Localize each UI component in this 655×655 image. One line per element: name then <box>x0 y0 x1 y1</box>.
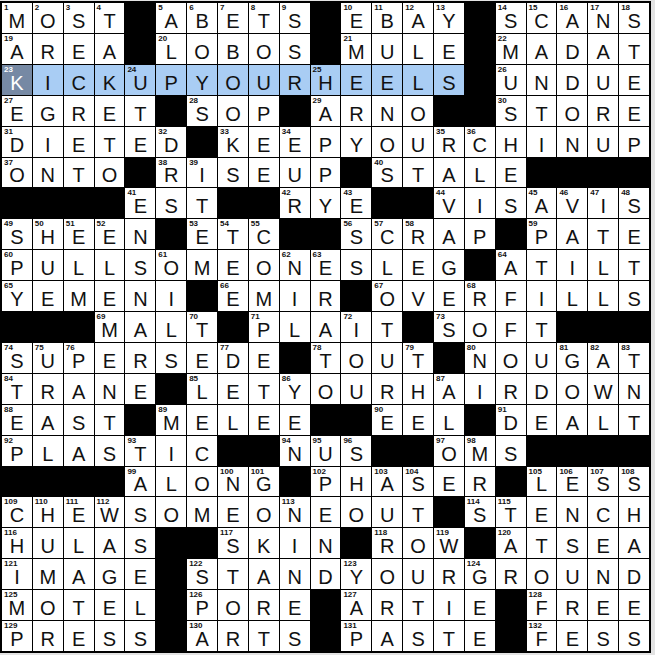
cell-r4c18[interactable]: T <box>527 96 557 126</box>
cell-r4c2[interactable]: G <box>33 96 63 126</box>
cell-r12c19[interactable]: 81G <box>557 343 587 373</box>
cell-r17c14[interactable]: T <box>403 497 433 527</box>
cell-r10c4[interactable]: E <box>95 281 125 311</box>
cell-r6c10[interactable]: U <box>280 158 310 188</box>
cell-r2c18[interactable]: A <box>527 34 557 64</box>
cell-r13c5[interactable]: E <box>125 374 155 404</box>
cell-r8c12[interactable]: 56S <box>341 219 371 249</box>
cell-r9c1[interactable]: 60P <box>2 250 32 280</box>
cell-r5c10[interactable]: 34E <box>280 127 310 157</box>
cell-r19c5[interactable]: E <box>125 559 155 589</box>
cell-r18c1[interactable]: 116H <box>2 528 32 558</box>
cell-r20c19[interactable]: R <box>557 590 587 620</box>
cell-r19c17[interactable]: R <box>496 559 526 589</box>
cell-r13c16[interactable]: I <box>465 374 495 404</box>
cell-r2c17[interactable]: 22M <box>496 34 526 64</box>
cell-r17c4[interactable]: 112W <box>95 497 125 527</box>
cell-r13c19[interactable]: O <box>557 374 587 404</box>
cell-r16c14[interactable]: 104S <box>403 467 433 497</box>
cell-r18c15[interactable]: 119W <box>434 528 464 558</box>
cell-r20c12[interactable]: 127A <box>341 590 371 620</box>
cell-r19c11[interactable]: D <box>311 559 341 589</box>
cell-r10c17[interactable]: F <box>496 281 526 311</box>
cell-r11c7[interactable]: 70T <box>187 312 217 342</box>
cell-r18c3[interactable]: L <box>64 528 94 558</box>
cell-r10c16[interactable]: 68R <box>465 281 495 311</box>
cell-r3c8[interactable]: O <box>218 65 248 95</box>
cell-r4c9[interactable]: P <box>249 96 279 126</box>
cell-r16c6[interactable]: L <box>156 467 186 497</box>
cell-r13c15[interactable]: 87A <box>434 374 464 404</box>
cell-r15c4[interactable]: S <box>95 436 125 466</box>
cell-r17c18[interactable]: E <box>527 497 557 527</box>
cell-r7c21[interactable]: 48S <box>619 188 649 218</box>
cell-r4c21[interactable]: E <box>619 96 649 126</box>
cell-r8c1[interactable]: 49S <box>2 219 32 249</box>
cell-r19c18[interactable]: O <box>527 559 557 589</box>
cell-r14c8[interactable]: L <box>218 405 248 435</box>
cell-r11c17[interactable]: F <box>496 312 526 342</box>
cell-r5c15[interactable]: 35R <box>434 127 464 157</box>
cell-r18c17[interactable]: 120A <box>496 528 526 558</box>
cell-r17c8[interactable]: E <box>218 497 248 527</box>
cell-r16c15[interactable]: E <box>434 467 464 497</box>
cell-r21c2[interactable]: R <box>33 621 63 651</box>
cell-r4c8[interactable]: O <box>218 96 248 126</box>
cell-r21c21[interactable]: S <box>619 621 649 651</box>
cell-r1c17[interactable]: 14S <box>496 3 526 33</box>
cell-r11c12[interactable]: 72I <box>341 312 371 342</box>
cell-r5c4[interactable]: T <box>95 127 125 157</box>
cell-r14c6[interactable]: 89M <box>156 405 186 435</box>
cell-r19c9[interactable]: A <box>249 559 279 589</box>
cell-r19c1[interactable]: 121I <box>2 559 32 589</box>
cell-r20c21[interactable]: E <box>619 590 649 620</box>
cell-r14c9[interactable]: E <box>249 405 279 435</box>
cell-r20c9[interactable]: R <box>249 590 279 620</box>
cell-r1c8[interactable]: 7E <box>218 3 248 33</box>
cell-r5c21[interactable]: P <box>619 127 649 157</box>
cell-r13c20[interactable]: W <box>588 374 618 404</box>
cell-r9c18[interactable]: T <box>527 250 557 280</box>
cell-r12c2[interactable]: 75U <box>33 343 63 373</box>
cell-r4c11[interactable]: 29A <box>311 96 341 126</box>
cell-r20c16[interactable]: E <box>465 590 495 620</box>
cell-r13c10[interactable]: 86Y <box>280 374 310 404</box>
cell-r14c19[interactable]: A <box>557 405 587 435</box>
cell-r17c1[interactable]: 109C <box>2 497 32 527</box>
cell-r19c13[interactable]: O <box>372 559 402 589</box>
cell-r2c8[interactable]: B <box>218 34 248 64</box>
cell-r14c3[interactable]: S <box>64 405 94 435</box>
cell-r6c8[interactable]: S <box>218 158 248 188</box>
cell-r6c11[interactable]: P <box>311 158 341 188</box>
cell-r17c16[interactable]: 114S <box>465 497 495 527</box>
cell-r7c19[interactable]: 46V <box>557 188 587 218</box>
cell-r9c19[interactable]: I <box>557 250 587 280</box>
cell-r5c19[interactable]: N <box>557 127 587 157</box>
cell-r1c6[interactable]: 5A <box>156 3 186 33</box>
cell-r17c2[interactable]: 110H <box>33 497 63 527</box>
cell-r1c12[interactable]: 10E <box>341 3 371 33</box>
cell-r17c10[interactable]: 113N <box>280 497 310 527</box>
cell-r18c5[interactable]: S <box>125 528 155 558</box>
cell-r17c5[interactable]: S <box>125 497 155 527</box>
cell-r2c1[interactable]: 19A <box>2 34 32 64</box>
cell-r17c6[interactable]: O <box>156 497 186 527</box>
cell-r16c21[interactable]: 108S <box>619 467 649 497</box>
cell-r6c14[interactable]: T <box>403 158 433 188</box>
cell-r14c4[interactable]: T <box>95 405 125 435</box>
cell-r19c7[interactable]: 122S <box>187 559 217 589</box>
cell-r17c12[interactable]: O <box>341 497 371 527</box>
cell-r10c21[interactable]: S <box>619 281 649 311</box>
cell-r14c21[interactable]: T <box>619 405 649 435</box>
cell-r8c8[interactable]: 54T <box>218 219 248 249</box>
cell-r19c4[interactable]: G <box>95 559 125 589</box>
cell-r16c11[interactable]: 102P <box>311 467 341 497</box>
cell-r12c6[interactable]: S <box>156 343 186 373</box>
cell-r3c7[interactable]: Y <box>187 65 217 95</box>
cell-r15c17[interactable]: S <box>496 436 526 466</box>
cell-r1c1[interactable]: 1M <box>2 3 32 33</box>
cell-r4c19[interactable]: O <box>557 96 587 126</box>
cell-r5c6[interactable]: 32D <box>156 127 186 157</box>
cell-r1c9[interactable]: 8T <box>249 3 279 33</box>
cell-r20c7[interactable]: 126P <box>187 590 217 620</box>
cell-r8c2[interactable]: 50H <box>33 219 63 249</box>
cell-r1c7[interactable]: 6B <box>187 3 217 33</box>
cell-r21c19[interactable]: E <box>557 621 587 651</box>
cell-r13c12[interactable]: U <box>341 374 371 404</box>
cell-r3c5[interactable]: 24U <box>125 65 155 95</box>
cell-r1c4[interactable]: 4T <box>95 3 125 33</box>
cell-r8c15[interactable]: A <box>434 219 464 249</box>
cell-r2c20[interactable]: A <box>588 34 618 64</box>
cell-r2c13[interactable]: U <box>372 34 402 64</box>
cell-r6c13[interactable]: 40S <box>372 158 402 188</box>
cell-r14c15[interactable]: L <box>434 405 464 435</box>
cell-r11c15[interactable]: 73S <box>434 312 464 342</box>
cell-r12c11[interactable]: 78T <box>311 343 341 373</box>
cell-r6c2[interactable]: N <box>33 158 63 188</box>
cell-r19c20[interactable]: N <box>588 559 618 589</box>
cell-r11c4[interactable]: 69M <box>95 312 125 342</box>
cell-r12c12[interactable]: O <box>341 343 371 373</box>
cell-r2c2[interactable]: R <box>33 34 63 64</box>
cell-r9c3[interactable]: L <box>64 250 94 280</box>
cell-r4c14[interactable]: O <box>403 96 433 126</box>
cell-r4c5[interactable]: T <box>125 96 155 126</box>
cell-r1c3[interactable]: 3S <box>64 3 94 33</box>
cell-r5c12[interactable]: Y <box>341 127 371 157</box>
cell-r9c17[interactable]: 64A <box>496 250 526 280</box>
cell-r12c4[interactable]: E <box>95 343 125 373</box>
cell-r7c7[interactable]: T <box>187 188 217 218</box>
cell-r8c14[interactable]: 58R <box>403 219 433 249</box>
cell-r2c3[interactable]: E <box>64 34 94 64</box>
cell-r14c20[interactable]: L <box>588 405 618 435</box>
cell-r9c15[interactable]: G <box>434 250 464 280</box>
cell-r2c9[interactable]: O <box>249 34 279 64</box>
cell-r7c18[interactable]: 45A <box>527 188 557 218</box>
cell-r4c7[interactable]: 28S <box>187 96 217 126</box>
cell-r4c1[interactable]: 27E <box>2 96 32 126</box>
cell-r8c3[interactable]: 51E <box>64 219 94 249</box>
cell-r17c11[interactable]: E <box>311 497 341 527</box>
cell-r16c8[interactable]: 100N <box>218 467 248 497</box>
cell-r14c1[interactable]: 88E <box>2 405 32 435</box>
cell-r8c13[interactable]: 57C <box>372 219 402 249</box>
cell-r15c16[interactable]: 98M <box>465 436 495 466</box>
cell-r3c3[interactable]: C <box>64 65 94 95</box>
cell-r6c9[interactable]: E <box>249 158 279 188</box>
cell-r5c18[interactable]: I <box>527 127 557 157</box>
cell-r3c18[interactable]: N <box>527 65 557 95</box>
cell-r9c21[interactable]: T <box>619 250 649 280</box>
cell-r2c21[interactable]: T <box>619 34 649 64</box>
cell-r4c12[interactable]: R <box>341 96 371 126</box>
cell-r5c13[interactable]: O <box>372 127 402 157</box>
cell-r12c20[interactable]: 82A <box>588 343 618 373</box>
cell-r8c18[interactable]: 59P <box>527 219 557 249</box>
cell-r17c13[interactable]: U <box>372 497 402 527</box>
cell-r13c1[interactable]: 84T <box>2 374 32 404</box>
cell-r17c7[interactable]: M <box>187 497 217 527</box>
cell-r19c21[interactable]: D <box>619 559 649 589</box>
cell-r15c11[interactable]: 95U <box>311 436 341 466</box>
cell-r21c8[interactable]: R <box>218 621 248 651</box>
cell-r4c4[interactable]: E <box>95 96 125 126</box>
cell-r14c14[interactable]: E <box>403 405 433 435</box>
cell-r3c19[interactable]: D <box>557 65 587 95</box>
cell-r18c2[interactable]: U <box>33 528 63 558</box>
cell-r5c9[interactable]: E <box>249 127 279 157</box>
cell-r17c17[interactable]: 115T <box>496 497 526 527</box>
cell-r10c11[interactable]: R <box>311 281 341 311</box>
cell-r10c5[interactable]: N <box>125 281 155 311</box>
cell-r13c13[interactable]: R <box>372 374 402 404</box>
cell-r13c4[interactable]: N <box>95 374 125 404</box>
cell-r20c18[interactable]: 128F <box>527 590 557 620</box>
cell-r12c14[interactable]: 79T <box>403 343 433 373</box>
cell-r18c4[interactable]: A <box>95 528 125 558</box>
cell-r21c1[interactable]: 129P <box>2 621 32 651</box>
cell-r16c7[interactable]: O <box>187 467 217 497</box>
cell-r12c5[interactable]: R <box>125 343 155 373</box>
cell-r4c3[interactable]: R <box>64 96 94 126</box>
cell-r9c9[interactable]: O <box>249 250 279 280</box>
cell-r5c11[interactable]: P <box>311 127 341 157</box>
cell-r6c1[interactable]: 37O <box>2 158 32 188</box>
cell-r17c3[interactable]: 111E <box>64 497 94 527</box>
cell-r13c2[interactable]: R <box>33 374 63 404</box>
cell-r7c16[interactable]: I <box>465 188 495 218</box>
cell-r6c4[interactable]: O <box>95 158 125 188</box>
cell-r19c14[interactable]: U <box>403 559 433 589</box>
cell-r13c18[interactable]: D <box>527 374 557 404</box>
cell-r8c7[interactable]: 53E <box>187 219 217 249</box>
cell-r18c19[interactable]: S <box>557 528 587 558</box>
cell-r9c12[interactable]: S <box>341 250 371 280</box>
cell-r21c10[interactable]: S <box>280 621 310 651</box>
cell-r10c14[interactable]: V <box>403 281 433 311</box>
cell-r18c14[interactable]: O <box>403 528 433 558</box>
cell-r5c17[interactable]: H <box>496 127 526 157</box>
cell-r15c12[interactable]: 96S <box>341 436 371 466</box>
cell-r19c8[interactable]: T <box>218 559 248 589</box>
cell-r3c6[interactable]: P <box>156 65 186 95</box>
cell-r11c9[interactable]: 71P <box>249 312 279 342</box>
cell-r8c21[interactable]: E <box>619 219 649 249</box>
cell-r20c10[interactable]: E <box>280 590 310 620</box>
cell-r19c19[interactable]: U <box>557 559 587 589</box>
cell-r17c21[interactable]: H <box>619 497 649 527</box>
cell-r1c19[interactable]: 16A <box>557 3 587 33</box>
cell-r12c1[interactable]: 74S <box>2 343 32 373</box>
cell-r7c5[interactable]: 41E <box>125 188 155 218</box>
cell-r10c18[interactable]: I <box>527 281 557 311</box>
cell-r7c15[interactable]: 44V <box>434 188 464 218</box>
cell-r3c4[interactable]: K <box>95 65 125 95</box>
cell-r19c10[interactable]: N <box>280 559 310 589</box>
cell-r21c4[interactable]: S <box>95 621 125 651</box>
cell-r7c17[interactable]: S <box>496 188 526 218</box>
cell-r16c9[interactable]: 101G <box>249 467 279 497</box>
cell-r19c12[interactable]: 123Y <box>341 559 371 589</box>
cell-r13c7[interactable]: 85L <box>187 374 217 404</box>
cell-r12c17[interactable]: O <box>496 343 526 373</box>
cell-r20c20[interactable]: E <box>588 590 618 620</box>
cell-r18c21[interactable]: A <box>619 528 649 558</box>
cell-r11c18[interactable]: T <box>527 312 557 342</box>
cell-r9c20[interactable]: L <box>588 250 618 280</box>
cell-r12c21[interactable]: 83T <box>619 343 649 373</box>
cell-r20c4[interactable]: E <box>95 590 125 620</box>
cell-r5c8[interactable]: 33K <box>218 127 248 157</box>
cell-r20c15[interactable]: I <box>434 590 464 620</box>
cell-r5c14[interactable]: U <box>403 127 433 157</box>
cell-r14c2[interactable]: A <box>33 405 63 435</box>
cell-r16c13[interactable]: 103A <box>372 467 402 497</box>
cell-r10c3[interactable]: M <box>64 281 94 311</box>
cell-r3c20[interactable]: U <box>588 65 618 95</box>
cell-r21c16[interactable]: E <box>465 621 495 651</box>
cell-r20c14[interactable]: T <box>403 590 433 620</box>
cell-r18c13[interactable]: 118R <box>372 528 402 558</box>
cell-r12c16[interactable]: 80N <box>465 343 495 373</box>
cell-r18c10[interactable]: I <box>280 528 310 558</box>
cell-r15c10[interactable]: 94N <box>280 436 310 466</box>
cell-r4c13[interactable]: N <box>372 96 402 126</box>
cell-r21c13[interactable]: A <box>372 621 402 651</box>
cell-r9c7[interactable]: M <box>187 250 217 280</box>
cell-r13c3[interactable]: A <box>64 374 94 404</box>
cell-r3c10[interactable]: R <box>280 65 310 95</box>
cell-r1c2[interactable]: 2O <box>33 3 63 33</box>
cell-r3c14[interactable]: L <box>403 65 433 95</box>
cell-r9c8[interactable]: E <box>218 250 248 280</box>
cell-r1c18[interactable]: 15C <box>527 3 557 33</box>
cell-r13c21[interactable]: N <box>619 374 649 404</box>
cell-r2c12[interactable]: 21M <box>341 34 371 64</box>
cell-r21c7[interactable]: 130A <box>187 621 217 651</box>
cell-r5c16[interactable]: 36C <box>465 127 495 157</box>
cell-r9c6[interactable]: 61O <box>156 250 186 280</box>
cell-r20c13[interactable]: R <box>372 590 402 620</box>
cell-r8c20[interactable]: T <box>588 219 618 249</box>
cell-r10c13[interactable]: 67O <box>372 281 402 311</box>
cell-r6c6[interactable]: 38R <box>156 158 186 188</box>
cell-r6c3[interactable]: T <box>64 158 94 188</box>
cell-r6c7[interactable]: 39I <box>187 158 217 188</box>
cell-r13c9[interactable]: T <box>249 374 279 404</box>
cell-r13c17[interactable]: R <box>496 374 526 404</box>
cell-r3c1[interactable]: 23K <box>2 65 32 95</box>
cell-r2c14[interactable]: L <box>403 34 433 64</box>
cell-r18c9[interactable]: K <box>249 528 279 558</box>
cell-r14c13[interactable]: 90E <box>372 405 402 435</box>
cell-r16c20[interactable]: 107S <box>588 467 618 497</box>
cell-r11c16[interactable]: O <box>465 312 495 342</box>
cell-r8c19[interactable]: A <box>557 219 587 249</box>
cell-r18c18[interactable]: T <box>527 528 557 558</box>
cell-r7c20[interactable]: 47I <box>588 188 618 218</box>
cell-r12c18[interactable]: U <box>527 343 557 373</box>
cell-r3c17[interactable]: 26U <box>496 65 526 95</box>
cell-r19c3[interactable]: A <box>64 559 94 589</box>
cell-r3c2[interactable]: I <box>33 65 63 95</box>
cell-r17c20[interactable]: C <box>588 497 618 527</box>
cell-r9c4[interactable]: L <box>95 250 125 280</box>
cell-r15c1[interactable]: 92P <box>2 436 32 466</box>
cell-r9c5[interactable]: S <box>125 250 155 280</box>
cell-r1c10[interactable]: 9S <box>280 3 310 33</box>
cell-r10c6[interactable]: I <box>156 281 186 311</box>
cell-r21c9[interactable]: T <box>249 621 279 651</box>
cell-r17c9[interactable]: O <box>249 497 279 527</box>
cell-r5c3[interactable]: E <box>64 127 94 157</box>
cell-r12c9[interactable]: E <box>249 343 279 373</box>
cell-r9c14[interactable]: E <box>403 250 433 280</box>
cell-r10c1[interactable]: 65Y <box>2 281 32 311</box>
cell-r2c15[interactable]: E <box>434 34 464 64</box>
cell-r10c10[interactable]: I <box>280 281 310 311</box>
cell-r10c9[interactable]: M <box>249 281 279 311</box>
cell-r18c8[interactable]: 117S <box>218 528 248 558</box>
cell-r5c2[interactable]: I <box>33 127 63 157</box>
cell-r15c15[interactable]: 97O <box>434 436 464 466</box>
cell-r20c8[interactable]: O <box>218 590 248 620</box>
cell-r1c14[interactable]: 12A <box>403 3 433 33</box>
cell-r1c13[interactable]: 11B <box>372 3 402 33</box>
cell-r18c20[interactable]: E <box>588 528 618 558</box>
cell-r4c20[interactable]: R <box>588 96 618 126</box>
cell-r19c2[interactable]: M <box>33 559 63 589</box>
cell-r2c4[interactable]: A <box>95 34 125 64</box>
cell-r21c14[interactable]: S <box>403 621 433 651</box>
cell-r12c7[interactable]: E <box>187 343 217 373</box>
cell-r1c21[interactable]: 18S <box>619 3 649 33</box>
cell-r8c16[interactable]: P <box>465 219 495 249</box>
cell-r5c20[interactable]: U <box>588 127 618 157</box>
cell-r3c13[interactable]: E <box>372 65 402 95</box>
cell-r9c11[interactable]: 63E <box>311 250 341 280</box>
cell-r16c12[interactable]: H <box>341 467 371 497</box>
cell-r13c14[interactable]: H <box>403 374 433 404</box>
cell-r1c15[interactable]: 13Y <box>434 3 464 33</box>
cell-r16c5[interactable]: 99A <box>125 467 155 497</box>
